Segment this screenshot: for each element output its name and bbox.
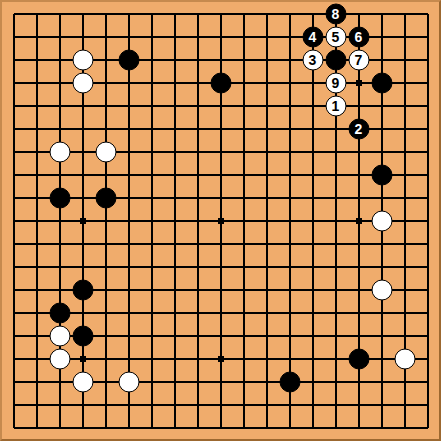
board-intersection[interactable] [416,393,439,416]
board-intersection[interactable] [117,2,140,25]
board-intersection[interactable] [324,370,347,393]
board-intersection[interactable] [117,94,140,117]
board-intersection[interactable] [393,301,416,324]
board-intersection[interactable] [393,94,416,117]
board-intersection[interactable] [48,2,71,25]
board-intersection[interactable] [2,71,25,94]
board-intersection[interactable] [2,48,25,71]
board-intersection[interactable] [255,71,278,94]
board-intersection[interactable] [209,48,232,71]
board-intersection[interactable] [347,416,370,439]
board-intersection[interactable] [48,324,71,347]
board-intersection[interactable] [117,140,140,163]
board-intersection[interactable] [209,71,232,94]
board-intersection[interactable] [301,255,324,278]
board-intersection[interactable] [393,393,416,416]
board-intersection[interactable] [347,163,370,186]
board-intersection[interactable] [186,117,209,140]
board-intersection[interactable] [25,25,48,48]
board-intersection[interactable] [163,163,186,186]
board-intersection[interactable] [71,186,94,209]
board-intersection[interactable] [186,416,209,439]
board-intersection[interactable] [393,324,416,347]
board-intersection[interactable] [278,416,301,439]
board-intersection[interactable] [255,186,278,209]
board-intersection[interactable] [278,94,301,117]
board-intersection[interactable] [232,140,255,163]
board-intersection[interactable] [186,324,209,347]
board-intersection[interactable] [94,255,117,278]
board-intersection[interactable] [140,370,163,393]
board-intersection[interactable] [94,393,117,416]
board-intersection[interactable] [209,347,232,370]
board-intersection[interactable] [370,48,393,71]
board-intersection[interactable] [48,163,71,186]
board-intersection[interactable] [393,209,416,232]
board-intersection[interactable] [94,324,117,347]
board-intersection[interactable] [140,117,163,140]
board-intersection[interactable] [163,2,186,25]
board-intersection[interactable] [140,278,163,301]
board-intersection[interactable] [370,209,393,232]
board-intersection[interactable] [71,370,94,393]
board-intersection[interactable] [416,301,439,324]
board-intersection[interactable] [48,94,71,117]
board-intersection[interactable] [232,48,255,71]
board-intersection[interactable] [71,209,94,232]
board-intersection[interactable] [324,393,347,416]
board-intersection[interactable] [71,25,94,48]
board-intersection[interactable] [278,324,301,347]
board-intersection[interactable]: 5 [324,25,347,48]
board-intersection[interactable]: 4 [301,25,324,48]
board-intersection[interactable] [347,209,370,232]
board-intersection[interactable] [301,324,324,347]
board-intersection[interactable] [163,48,186,71]
board-intersection[interactable] [255,301,278,324]
board-intersection[interactable] [255,163,278,186]
board-intersection[interactable] [140,140,163,163]
board-intersection[interactable] [393,71,416,94]
board-intersection[interactable] [301,140,324,163]
board-intersection[interactable] [393,140,416,163]
board-intersection[interactable] [278,347,301,370]
board-intersection[interactable] [71,301,94,324]
board-intersection[interactable] [278,25,301,48]
board-intersection[interactable] [71,71,94,94]
board-intersection[interactable] [117,117,140,140]
board-intersection[interactable] [2,140,25,163]
board-intersection[interactable] [301,117,324,140]
board-intersection[interactable] [278,232,301,255]
board-intersection[interactable] [370,347,393,370]
board-intersection[interactable] [48,117,71,140]
board-intersection[interactable] [416,71,439,94]
board-intersection[interactable] [347,140,370,163]
board-intersection[interactable] [209,232,232,255]
board-intersection[interactable] [416,232,439,255]
board-intersection[interactable] [117,301,140,324]
board-intersection[interactable] [117,416,140,439]
board-intersection[interactable] [163,278,186,301]
board-intersection[interactable] [393,278,416,301]
board-intersection[interactable] [186,186,209,209]
board-intersection[interactable] [347,278,370,301]
board-intersection[interactable] [278,370,301,393]
board-intersection[interactable] [209,117,232,140]
board-intersection[interactable] [163,71,186,94]
board-intersection[interactable] [2,393,25,416]
board-intersection[interactable] [71,416,94,439]
board-intersection[interactable] [255,117,278,140]
board-intersection[interactable] [232,209,255,232]
board-intersection[interactable] [301,163,324,186]
board-intersection[interactable] [393,370,416,393]
board-intersection[interactable] [94,71,117,94]
board-intersection[interactable] [94,163,117,186]
board-intersection[interactable] [163,117,186,140]
board-intersection[interactable] [370,416,393,439]
board-intersection[interactable] [301,347,324,370]
board-intersection[interactable] [278,393,301,416]
board-intersection[interactable] [117,48,140,71]
board-intersection[interactable] [2,324,25,347]
board-intersection[interactable] [370,301,393,324]
board-intersection[interactable] [48,278,71,301]
board-intersection[interactable] [186,370,209,393]
board-intersection[interactable] [140,186,163,209]
board-intersection[interactable] [232,117,255,140]
board-intersection[interactable] [324,48,347,71]
board-intersection[interactable] [416,94,439,117]
board-intersection[interactable] [94,301,117,324]
board-intersection[interactable] [301,416,324,439]
board-intersection[interactable] [393,117,416,140]
board-intersection[interactable] [140,416,163,439]
board-intersection[interactable] [25,255,48,278]
board-intersection[interactable] [209,393,232,416]
board-intersection[interactable] [94,25,117,48]
board-intersection[interactable] [347,370,370,393]
board-intersection[interactable] [94,140,117,163]
board-intersection[interactable] [2,347,25,370]
board-intersection[interactable] [48,48,71,71]
board-intersection[interactable] [232,186,255,209]
board-intersection[interactable] [140,48,163,71]
board-intersection[interactable] [2,209,25,232]
board-intersection[interactable] [347,393,370,416]
board-intersection[interactable] [25,163,48,186]
board-intersection[interactable] [255,232,278,255]
board-intersection[interactable] [94,186,117,209]
board-intersection[interactable] [140,25,163,48]
board-intersection[interactable] [163,25,186,48]
board-intersection[interactable] [255,140,278,163]
board-intersection[interactable] [416,278,439,301]
board-intersection[interactable] [393,416,416,439]
board-intersection[interactable] [71,393,94,416]
board-intersection[interactable] [416,48,439,71]
board-intersection[interactable] [71,232,94,255]
board-intersection[interactable] [324,232,347,255]
board-intersection[interactable] [94,347,117,370]
board-intersection[interactable] [209,94,232,117]
board-intersection[interactable] [163,301,186,324]
board-intersection[interactable] [94,416,117,439]
board-intersection[interactable] [301,2,324,25]
board-intersection[interactable] [347,255,370,278]
board-intersection[interactable] [2,163,25,186]
board-intersection[interactable]: 1 [324,94,347,117]
board-intersection[interactable] [163,416,186,439]
board-intersection[interactable] [163,94,186,117]
board-intersection[interactable] [324,140,347,163]
board-intersection[interactable] [209,186,232,209]
board-intersection[interactable] [209,370,232,393]
board-intersection[interactable] [163,186,186,209]
board-intersection[interactable] [416,25,439,48]
board-intersection[interactable] [209,209,232,232]
board-intersection[interactable] [301,301,324,324]
board-intersection[interactable] [71,163,94,186]
board-intersection[interactable] [186,255,209,278]
board-intersection[interactable] [71,140,94,163]
board-intersection[interactable] [140,301,163,324]
board-intersection[interactable] [209,324,232,347]
board-intersection[interactable] [2,301,25,324]
board-intersection[interactable] [186,140,209,163]
board-intersection[interactable]: 2 [347,117,370,140]
board-intersection[interactable] [94,232,117,255]
board-intersection[interactable] [117,232,140,255]
board-intersection[interactable] [25,209,48,232]
board-intersection[interactable] [416,347,439,370]
board-intersection[interactable] [255,324,278,347]
board-intersection[interactable] [2,370,25,393]
board-intersection[interactable] [48,25,71,48]
board-intersection[interactable] [347,186,370,209]
board-intersection[interactable] [140,209,163,232]
board-intersection[interactable] [301,232,324,255]
board-intersection[interactable] [71,117,94,140]
board-intersection[interactable] [278,278,301,301]
board-intersection[interactable] [232,94,255,117]
board-intersection[interactable] [25,301,48,324]
board-intersection[interactable] [25,140,48,163]
board-intersection[interactable] [370,278,393,301]
board-intersection[interactable] [324,255,347,278]
board-intersection[interactable] [94,48,117,71]
board-intersection[interactable] [48,209,71,232]
board-intersection[interactable] [232,25,255,48]
board-intersection[interactable] [163,140,186,163]
board-intersection[interactable] [163,393,186,416]
board-intersection[interactable] [324,324,347,347]
board-intersection[interactable] [186,393,209,416]
board-intersection[interactable] [48,416,71,439]
board-intersection[interactable] [278,186,301,209]
board-intersection[interactable] [301,393,324,416]
board-intersection[interactable] [140,232,163,255]
board-intersection[interactable] [232,324,255,347]
board-intersection[interactable]: 9 [324,71,347,94]
board-intersection[interactable] [416,255,439,278]
board-intersection[interactable] [25,48,48,71]
board-intersection[interactable] [324,163,347,186]
board-intersection[interactable] [71,255,94,278]
board-intersection[interactable] [255,393,278,416]
board-intersection[interactable] [301,209,324,232]
board-intersection[interactable] [209,25,232,48]
board-intersection[interactable] [393,232,416,255]
board-intersection[interactable] [232,232,255,255]
board-intersection[interactable] [117,186,140,209]
board-intersection[interactable] [209,416,232,439]
board-intersection[interactable] [301,186,324,209]
board-intersection[interactable] [117,163,140,186]
board-intersection[interactable] [48,347,71,370]
board-intersection[interactable] [255,347,278,370]
board-intersection[interactable] [186,232,209,255]
board-intersection[interactable] [117,370,140,393]
board-intersection[interactable] [48,393,71,416]
board-intersection[interactable] [370,232,393,255]
board-intersection[interactable] [255,416,278,439]
board-intersection[interactable] [255,209,278,232]
board-intersection[interactable] [416,416,439,439]
board-intersection[interactable] [370,2,393,25]
board-intersection[interactable] [117,255,140,278]
board-intersection[interactable] [2,25,25,48]
board-intersection[interactable] [278,301,301,324]
board-intersection[interactable] [94,117,117,140]
board-intersection[interactable] [71,48,94,71]
board-intersection[interactable] [163,209,186,232]
board-intersection[interactable] [71,2,94,25]
board-intersection[interactable] [117,209,140,232]
board-intersection[interactable] [163,255,186,278]
board-intersection[interactable] [94,278,117,301]
board-intersection[interactable] [163,370,186,393]
board-intersection[interactable]: 6 [347,25,370,48]
board-intersection[interactable] [370,25,393,48]
board-intersection[interactable] [94,370,117,393]
board-intersection[interactable] [140,94,163,117]
board-intersection[interactable] [140,324,163,347]
board-intersection[interactable] [232,2,255,25]
board-intersection[interactable] [278,209,301,232]
board-intersection[interactable] [209,301,232,324]
board-intersection[interactable] [347,347,370,370]
board-intersection[interactable] [209,255,232,278]
board-intersection[interactable] [255,94,278,117]
board-intersection[interactable] [255,370,278,393]
board-intersection[interactable] [324,186,347,209]
board-intersection[interactable] [278,48,301,71]
board-intersection[interactable] [370,324,393,347]
board-intersection[interactable] [416,324,439,347]
board-intersection[interactable] [232,370,255,393]
board-intersection[interactable] [347,71,370,94]
board-intersection[interactable] [163,232,186,255]
board-intersection[interactable] [416,370,439,393]
board-intersection[interactable] [255,278,278,301]
board-intersection[interactable] [25,2,48,25]
board-intersection[interactable] [324,209,347,232]
board-intersection[interactable] [232,163,255,186]
board-intersection[interactable] [71,94,94,117]
board-intersection[interactable] [25,186,48,209]
board-intersection[interactable] [140,393,163,416]
board-intersection[interactable] [25,324,48,347]
board-intersection[interactable] [370,393,393,416]
board-intersection[interactable] [278,2,301,25]
board-intersection[interactable] [416,186,439,209]
board-intersection[interactable] [71,324,94,347]
board-intersection[interactable] [416,2,439,25]
board-intersection[interactable] [2,117,25,140]
board-intersection[interactable] [324,117,347,140]
board-intersection[interactable] [117,324,140,347]
board-intersection[interactable] [370,163,393,186]
board-intersection[interactable] [2,255,25,278]
board-intersection[interactable] [393,163,416,186]
board-intersection[interactable] [25,94,48,117]
board-intersection[interactable] [209,163,232,186]
board-intersection[interactable] [255,2,278,25]
board-intersection[interactable] [278,71,301,94]
board-intersection[interactable] [301,71,324,94]
board-intersection[interactable] [232,416,255,439]
board-intersection[interactable] [25,117,48,140]
board-intersection[interactable] [186,209,209,232]
board-intersection[interactable] [117,25,140,48]
board-intersection[interactable] [140,2,163,25]
board-intersection[interactable] [232,301,255,324]
board-intersection[interactable] [324,301,347,324]
board-intersection[interactable] [278,255,301,278]
board-intersection[interactable] [255,48,278,71]
board-intersection[interactable] [186,2,209,25]
board-intersection[interactable] [2,94,25,117]
board-intersection[interactable]: 8 [324,2,347,25]
board-intersection[interactable] [48,140,71,163]
board-intersection[interactable] [25,370,48,393]
board-intersection[interactable] [324,416,347,439]
board-intersection[interactable] [347,232,370,255]
board-intersection[interactable] [25,393,48,416]
board-intersection[interactable] [186,71,209,94]
board-intersection[interactable] [301,94,324,117]
board-intersection[interactable] [25,416,48,439]
board-intersection[interactable] [48,232,71,255]
board-intersection[interactable] [117,71,140,94]
board-intersection[interactable]: 3 [301,48,324,71]
board-intersection[interactable] [117,347,140,370]
board-intersection[interactable] [2,186,25,209]
board-intersection[interactable] [2,278,25,301]
board-intersection[interactable] [393,2,416,25]
board-intersection[interactable] [163,324,186,347]
board-intersection[interactable] [370,71,393,94]
board-intersection[interactable] [25,232,48,255]
board-intersection[interactable] [370,255,393,278]
board-intersection[interactable] [48,255,71,278]
board-intersection[interactable] [393,347,416,370]
board-intersection[interactable] [232,347,255,370]
board-intersection[interactable] [347,301,370,324]
board-intersection[interactable] [255,255,278,278]
